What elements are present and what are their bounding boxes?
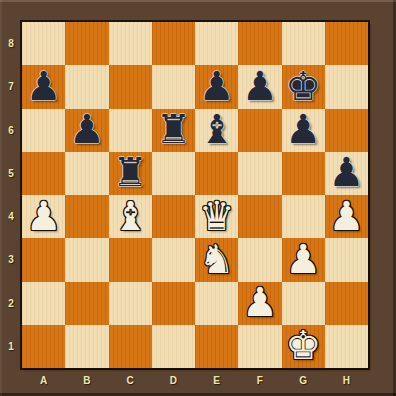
white-pawn-h4: ♟ bbox=[328, 196, 364, 236]
white-pawn-a4: ♟ bbox=[26, 196, 62, 236]
black-rook-c5: ♜ bbox=[112, 152, 148, 192]
square-e2[interactable] bbox=[195, 282, 238, 325]
square-a4[interactable]: ♟ bbox=[22, 195, 65, 238]
square-e3[interactable]: ♞ bbox=[195, 238, 238, 281]
square-c7[interactable] bbox=[109, 65, 152, 108]
square-e8[interactable] bbox=[195, 22, 238, 65]
square-b6[interactable]: ♟ bbox=[65, 109, 108, 152]
square-h3[interactable] bbox=[325, 238, 368, 281]
square-a5[interactable] bbox=[22, 152, 65, 195]
square-f6[interactable] bbox=[238, 109, 281, 152]
square-c3[interactable] bbox=[109, 238, 152, 281]
square-b1[interactable] bbox=[65, 325, 108, 368]
black-pawn-b6: ♟ bbox=[69, 109, 105, 149]
white-king-g1: ♚ bbox=[285, 325, 321, 365]
square-d5[interactable] bbox=[152, 152, 195, 195]
black-pawn-g6: ♟ bbox=[285, 109, 321, 149]
square-c5[interactable]: ♜ bbox=[109, 152, 152, 195]
chess-diagram: 87654321 ♟♟♟♚♟♜♝♟♜♟♟♝♛♟♞♟♟♚ ABCDEFGH bbox=[0, 0, 396, 396]
square-e1[interactable] bbox=[195, 325, 238, 368]
square-e7[interactable]: ♟ bbox=[195, 65, 238, 108]
file-label-h: H bbox=[325, 368, 368, 396]
square-a8[interactable] bbox=[22, 22, 65, 65]
square-c2[interactable] bbox=[109, 282, 152, 325]
square-c1[interactable] bbox=[109, 325, 152, 368]
file-label-b: B bbox=[65, 368, 108, 396]
square-g5[interactable] bbox=[282, 152, 325, 195]
black-pawn-a7: ♟ bbox=[26, 66, 62, 106]
black-bishop-e6: ♝ bbox=[199, 109, 235, 149]
square-d6[interactable]: ♜ bbox=[152, 109, 195, 152]
black-pawn-h5: ♟ bbox=[328, 152, 364, 192]
file-label-f: F bbox=[238, 368, 281, 396]
square-b8[interactable] bbox=[65, 22, 108, 65]
square-f4[interactable] bbox=[238, 195, 281, 238]
white-pawn-f2: ♟ bbox=[242, 282, 278, 322]
square-d8[interactable] bbox=[152, 22, 195, 65]
rank-label-8: 8 bbox=[0, 22, 22, 65]
square-f3[interactable] bbox=[238, 238, 281, 281]
square-g7[interactable]: ♚ bbox=[282, 65, 325, 108]
square-g4[interactable] bbox=[282, 195, 325, 238]
square-d4[interactable] bbox=[152, 195, 195, 238]
rank-label-5: 5 bbox=[0, 152, 22, 195]
square-b7[interactable] bbox=[65, 65, 108, 108]
file-label-e: E bbox=[195, 368, 238, 396]
square-g1[interactable]: ♚ bbox=[282, 325, 325, 368]
black-pawn-f7: ♟ bbox=[242, 66, 278, 106]
rank-label-6: 6 bbox=[0, 109, 22, 152]
square-h4[interactable]: ♟ bbox=[325, 195, 368, 238]
white-knight-e3: ♞ bbox=[199, 239, 235, 279]
square-b2[interactable] bbox=[65, 282, 108, 325]
file-labels: ABCDEFGH bbox=[22, 368, 368, 396]
square-b4[interactable] bbox=[65, 195, 108, 238]
square-b5[interactable] bbox=[65, 152, 108, 195]
rank-label-4: 4 bbox=[0, 195, 22, 238]
board: ♟♟♟♚♟♜♝♟♜♟♟♝♛♟♞♟♟♚ bbox=[22, 22, 368, 368]
square-g2[interactable] bbox=[282, 282, 325, 325]
black-king-g7: ♚ bbox=[285, 66, 321, 106]
rank-label-3: 3 bbox=[0, 238, 22, 281]
square-e4[interactable]: ♛ bbox=[195, 195, 238, 238]
file-label-g: G bbox=[282, 368, 325, 396]
white-queen-e4: ♛ bbox=[199, 196, 235, 236]
square-c8[interactable] bbox=[109, 22, 152, 65]
white-pawn-g3: ♟ bbox=[285, 239, 321, 279]
square-h6[interactable] bbox=[325, 109, 368, 152]
file-label-d: D bbox=[152, 368, 195, 396]
square-a3[interactable] bbox=[22, 238, 65, 281]
rank-labels: 87654321 bbox=[0, 22, 22, 368]
square-a7[interactable]: ♟ bbox=[22, 65, 65, 108]
square-h2[interactable] bbox=[325, 282, 368, 325]
square-g6[interactable]: ♟ bbox=[282, 109, 325, 152]
black-rook-d6: ♜ bbox=[155, 109, 191, 149]
square-h1[interactable] bbox=[325, 325, 368, 368]
square-d3[interactable] bbox=[152, 238, 195, 281]
square-f1[interactable] bbox=[238, 325, 281, 368]
rank-label-1: 1 bbox=[0, 325, 22, 368]
square-d2[interactable] bbox=[152, 282, 195, 325]
white-bishop-c4: ♝ bbox=[112, 196, 148, 236]
square-h5[interactable]: ♟ bbox=[325, 152, 368, 195]
square-g8[interactable] bbox=[282, 22, 325, 65]
square-f5[interactable] bbox=[238, 152, 281, 195]
square-e5[interactable] bbox=[195, 152, 238, 195]
square-f7[interactable]: ♟ bbox=[238, 65, 281, 108]
file-label-a: A bbox=[22, 368, 65, 396]
square-h7[interactable] bbox=[325, 65, 368, 108]
square-f8[interactable] bbox=[238, 22, 281, 65]
square-h8[interactable] bbox=[325, 22, 368, 65]
square-a1[interactable] bbox=[22, 325, 65, 368]
rank-label-2: 2 bbox=[0, 282, 22, 325]
square-a6[interactable] bbox=[22, 109, 65, 152]
square-b3[interactable] bbox=[65, 238, 108, 281]
square-c6[interactable] bbox=[109, 109, 152, 152]
square-g3[interactable]: ♟ bbox=[282, 238, 325, 281]
square-c4[interactable]: ♝ bbox=[109, 195, 152, 238]
file-label-c: C bbox=[109, 368, 152, 396]
square-f2[interactable]: ♟ bbox=[238, 282, 281, 325]
square-d1[interactable] bbox=[152, 325, 195, 368]
square-a2[interactable] bbox=[22, 282, 65, 325]
square-e6[interactable]: ♝ bbox=[195, 109, 238, 152]
black-pawn-e7: ♟ bbox=[199, 66, 235, 106]
rank-label-7: 7 bbox=[0, 65, 22, 108]
square-d7[interactable] bbox=[152, 65, 195, 108]
